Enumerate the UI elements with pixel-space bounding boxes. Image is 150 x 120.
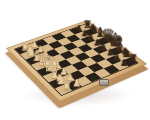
chess-set-product-photo: ♜♟♟♜♞♟♟♞♝♟♟♝♛♟♟♛♚♟♟♚♝♟♟♝♞♟♟♞♜♟♟♜ bbox=[0, 0, 150, 120]
scene: ♜♟♟♜♞♟♟♞♝♟♟♝♛♟♟♛♚♟♟♚♝♟♟♝♞♟♟♞♜♟♟♜ bbox=[0, 0, 150, 120]
square-d5 bbox=[69, 47, 84, 56]
board-surface: ♜♟♟♜♞♟♟♞♝♟♟♝♛♟♟♛♚♟♟♚♝♟♟♝♞♟♟♞♜♟♟♜ bbox=[14, 24, 139, 96]
clasp-icon bbox=[99, 79, 109, 86]
